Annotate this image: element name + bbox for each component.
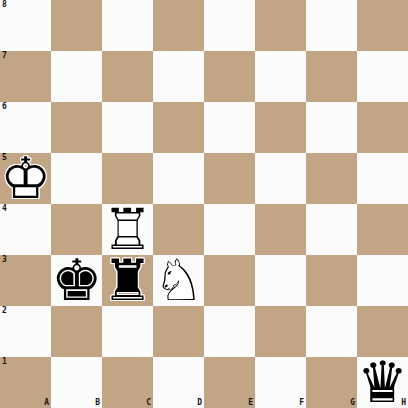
rank-label-4: 4	[2, 205, 7, 213]
square-a5[interactable]: 5♚♔	[0, 153, 51, 204]
square-d2[interactable]	[153, 306, 204, 357]
square-a8[interactable]: 8	[0, 0, 51, 51]
black-king[interactable]: ♚	[51, 255, 102, 306]
white-knight-fill-glyph: ♞	[153, 255, 204, 306]
square-b5[interactable]	[51, 153, 102, 204]
rank-label-8: 8	[2, 1, 7, 9]
rank-label-2: 2	[2, 307, 7, 315]
square-e2[interactable]	[204, 306, 255, 357]
square-g4[interactable]	[306, 204, 357, 255]
square-f6[interactable]	[255, 102, 306, 153]
square-g8[interactable]	[306, 0, 357, 51]
square-h3[interactable]	[357, 255, 408, 306]
square-b2[interactable]	[51, 306, 102, 357]
square-a7[interactable]: 7	[0, 51, 51, 102]
square-g7[interactable]	[306, 51, 357, 102]
square-f7[interactable]	[255, 51, 306, 102]
square-f3[interactable]	[255, 255, 306, 306]
black-rook-icon: ♜	[102, 255, 153, 306]
white-rook[interactable]: ♜♖	[102, 204, 153, 255]
square-h5[interactable]	[357, 153, 408, 204]
file-label-a: A	[44, 399, 49, 407]
rank-label-3: 3	[2, 256, 7, 264]
black-rook[interactable]: ♜	[102, 255, 153, 306]
white-knight[interactable]: ♞♘	[153, 255, 204, 306]
square-b6[interactable]	[51, 102, 102, 153]
square-g1[interactable]: G	[306, 357, 357, 408]
file-label-d: D	[197, 399, 202, 407]
square-h6[interactable]	[357, 102, 408, 153]
square-b7[interactable]	[51, 51, 102, 102]
square-e5[interactable]	[204, 153, 255, 204]
white-rook-fill-glyph: ♜	[102, 204, 153, 255]
square-c5[interactable]	[102, 153, 153, 204]
square-c7[interactable]	[102, 51, 153, 102]
square-h2[interactable]	[357, 306, 408, 357]
square-d6[interactable]	[153, 102, 204, 153]
square-f8[interactable]	[255, 0, 306, 51]
square-f5[interactable]	[255, 153, 306, 204]
rank-label-1: 1	[2, 358, 7, 366]
square-f4[interactable]	[255, 204, 306, 255]
square-e4[interactable]	[204, 204, 255, 255]
square-c6[interactable]	[102, 102, 153, 153]
file-label-b: B	[95, 399, 100, 407]
white-rook-icon: ♖	[102, 204, 153, 255]
square-a1[interactable]: 1A	[0, 357, 51, 408]
file-label-g: G	[350, 399, 355, 407]
black-queen[interactable]: ♛	[357, 357, 408, 408]
square-c8[interactable]	[102, 0, 153, 51]
square-g2[interactable]	[306, 306, 357, 357]
square-h4[interactable]	[357, 204, 408, 255]
square-e6[interactable]	[204, 102, 255, 153]
square-a3[interactable]: 3	[0, 255, 51, 306]
square-b8[interactable]	[51, 0, 102, 51]
square-e7[interactable]	[204, 51, 255, 102]
rank-label-6: 6	[2, 103, 7, 111]
black-king-icon: ♚	[51, 255, 102, 306]
file-label-c: C	[146, 399, 151, 407]
square-h7[interactable]	[357, 51, 408, 102]
square-b1[interactable]: B	[51, 357, 102, 408]
file-label-f: F	[299, 399, 304, 407]
square-d3[interactable]: ♞♘	[153, 255, 204, 306]
square-c2[interactable]	[102, 306, 153, 357]
white-king-icon: ♔	[0, 153, 51, 204]
square-e8[interactable]	[204, 0, 255, 51]
square-f1[interactable]: F	[255, 357, 306, 408]
file-label-e: E	[248, 399, 253, 407]
square-c4[interactable]: ♜♖	[102, 204, 153, 255]
square-e1[interactable]: E	[204, 357, 255, 408]
square-h8[interactable]	[357, 0, 408, 51]
white-knight-icon: ♘	[153, 255, 204, 306]
square-a6[interactable]: 6	[0, 102, 51, 153]
square-f2[interactable]	[255, 306, 306, 357]
square-g6[interactable]	[306, 102, 357, 153]
chess-board: 8765♚♔4♜♖3♚♜♞♘21ABCDEFGH♛	[0, 0, 408, 408]
square-c1[interactable]: C	[102, 357, 153, 408]
rank-label-7: 7	[2, 52, 7, 60]
black-queen-icon: ♛	[357, 357, 408, 408]
square-a4[interactable]: 4	[0, 204, 51, 255]
white-king-fill-glyph: ♚	[0, 153, 51, 204]
square-d7[interactable]	[153, 51, 204, 102]
square-d5[interactable]	[153, 153, 204, 204]
square-g3[interactable]	[306, 255, 357, 306]
square-c3[interactable]: ♜	[102, 255, 153, 306]
square-d4[interactable]	[153, 204, 204, 255]
square-b4[interactable]	[51, 204, 102, 255]
white-king[interactable]: ♚♔	[0, 153, 51, 204]
square-h1[interactable]: H♛	[357, 357, 408, 408]
square-g5[interactable]	[306, 153, 357, 204]
square-d8[interactable]	[153, 0, 204, 51]
square-e3[interactable]	[204, 255, 255, 306]
square-a2[interactable]: 2	[0, 306, 51, 357]
square-b3[interactable]: ♚	[51, 255, 102, 306]
square-d1[interactable]: D	[153, 357, 204, 408]
